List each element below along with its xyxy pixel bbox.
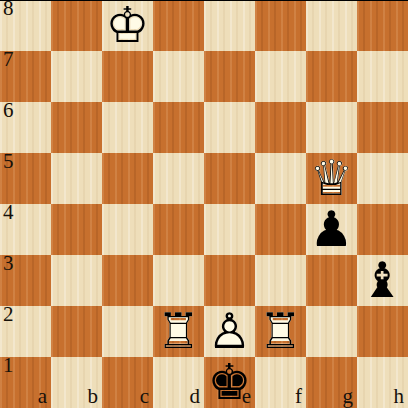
square-h7[interactable] <box>357 51 408 102</box>
square-c6[interactable] <box>102 102 153 153</box>
square-h2[interactable] <box>357 306 408 357</box>
square-f8[interactable] <box>255 0 306 51</box>
square-e3[interactable] <box>204 255 255 306</box>
square-g7[interactable] <box>306 51 357 102</box>
square-b5[interactable] <box>51 153 102 204</box>
file-label-f: f <box>255 386 306 407</box>
file-label-e: e <box>204 386 255 407</box>
file-label-c: c <box>102 386 153 407</box>
square-b8[interactable] <box>51 0 102 51</box>
square-h4[interactable] <box>357 204 408 255</box>
white-rook-outline: ♖ <box>153 306 204 357</box>
square-c2[interactable] <box>102 306 153 357</box>
square-g8[interactable] <box>306 0 357 51</box>
piece-white-rook-f2[interactable]: ♜♖ <box>255 306 306 357</box>
square-e7[interactable] <box>204 51 255 102</box>
piece-black-pawn-g4[interactable]: ♟ <box>306 204 357 255</box>
square-g6[interactable] <box>306 102 357 153</box>
square-b3[interactable] <box>51 255 102 306</box>
piece-white-queen-g5[interactable]: ♛♕ <box>306 153 357 204</box>
file-label-a: a <box>0 386 51 407</box>
square-g3[interactable] <box>306 255 357 306</box>
rank-label-8: 8 <box>3 0 14 19</box>
square-d3[interactable] <box>153 255 204 306</box>
white-queen-outline: ♕ <box>306 153 357 204</box>
square-f7[interactable] <box>255 51 306 102</box>
square-b7[interactable] <box>51 51 102 102</box>
square-c4[interactable] <box>102 204 153 255</box>
square-h8[interactable] <box>357 0 408 51</box>
file-label-g: g <box>306 386 357 407</box>
square-g2[interactable] <box>306 306 357 357</box>
piece-white-rook-d2[interactable]: ♜♖ <box>153 306 204 357</box>
piece-white-king-c8[interactable]: ♚♔ <box>102 0 153 51</box>
rank-label-3: 3 <box>3 253 14 274</box>
square-f6[interactable] <box>255 102 306 153</box>
piece-black-bishop-h3[interactable]: ♝ <box>357 255 408 306</box>
square-c5[interactable] <box>102 153 153 204</box>
square-f4[interactable] <box>255 204 306 255</box>
rank-label-6: 6 <box>3 100 14 121</box>
rank-label-5: 5 <box>3 151 14 172</box>
file-label-d: d <box>153 386 204 407</box>
rank-label-1: 1 <box>3 355 14 376</box>
square-e6[interactable] <box>204 102 255 153</box>
rank-label-4: 4 <box>3 202 14 223</box>
square-b4[interactable] <box>51 204 102 255</box>
square-c7[interactable] <box>102 51 153 102</box>
black-bishop-glyph: ♝ <box>357 255 408 306</box>
white-rook-outline: ♖ <box>255 306 306 357</box>
square-d4[interactable] <box>153 204 204 255</box>
square-b2[interactable] <box>51 306 102 357</box>
square-c3[interactable] <box>102 255 153 306</box>
square-d8[interactable] <box>153 0 204 51</box>
rank-label-2: 2 <box>3 304 14 325</box>
black-pawn-glyph: ♟ <box>306 204 357 255</box>
square-f5[interactable] <box>255 153 306 204</box>
square-h5[interactable] <box>357 153 408 204</box>
square-e8[interactable] <box>204 0 255 51</box>
white-pawn-outline: ♙ <box>204 306 255 357</box>
square-d5[interactable] <box>153 153 204 204</box>
rank-label-7: 7 <box>3 49 14 70</box>
file-label-h: h <box>357 386 408 407</box>
square-h6[interactable] <box>357 102 408 153</box>
chess-board: 87654321abcdefgh♚♔♛♕♟♝♜♖♟♙♜♖♚ <box>0 0 408 408</box>
white-king-outline: ♔ <box>102 0 153 51</box>
square-e5[interactable] <box>204 153 255 204</box>
square-d6[interactable] <box>153 102 204 153</box>
piece-white-pawn-e2[interactable]: ♟♙ <box>204 306 255 357</box>
square-f3[interactable] <box>255 255 306 306</box>
square-b6[interactable] <box>51 102 102 153</box>
square-e4[interactable] <box>204 204 255 255</box>
file-label-b: b <box>51 386 102 407</box>
board-top-edge <box>0 0 408 1</box>
square-d7[interactable] <box>153 51 204 102</box>
